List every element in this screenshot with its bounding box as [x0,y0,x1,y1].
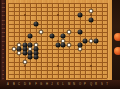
column-coordinate-label: A [7,83,10,85]
row-coordinate-label: 14 [2,23,5,25]
grid-line-horizontal [8,70,107,71]
row-coordinate-label: 8 [2,48,5,50]
row-coordinate-label: 18 [2,6,5,8]
column-coordinate-label: E [29,83,32,85]
column-coordinate-label: T [106,83,109,85]
row-coordinate-label: 15 [2,19,5,21]
black-stone [33,55,38,60]
hoshi-point [24,65,26,67]
black-stone [83,38,88,43]
white-stone [17,51,22,56]
white-stone [39,30,44,35]
grid-line-vertical [107,3,108,79]
go-board[interactable] [6,0,113,80]
row-coordinate-label: 1 [2,77,5,79]
row-coordinate-label: 2 [2,73,5,75]
hoshi-point [90,14,92,16]
row-coordinate-strip: 19181716151413121110987654321 [0,0,6,89]
column-coordinate-label: P [84,83,87,85]
grid-line-horizontal [8,28,107,29]
row-coordinate-label: 16 [2,14,5,16]
column-coordinate-label: M [67,83,70,85]
black-stone [61,42,66,47]
black-stone [77,30,82,35]
white-stone [66,42,71,47]
hoshi-point [24,40,26,42]
column-coordinate-label: F [34,83,37,85]
white-stone [66,30,71,35]
grid-line-horizontal [8,7,107,8]
white-stone [22,59,27,64]
row-coordinate-label: 13 [2,27,5,29]
black-stone [94,38,99,43]
go-app-window: 19181716151413121110987654321 ABCDEFGHJK… [0,0,120,89]
row-coordinate-label: 17 [2,10,5,12]
white-stone [88,9,93,14]
column-coordinate-label: Q [89,83,92,85]
hoshi-point [57,40,59,42]
black-stone [28,55,33,60]
row-coordinate-label: 11 [2,35,5,37]
column-coordinate-label: L [62,83,65,85]
grid-line-horizontal [8,3,107,4]
black-stone [33,21,38,26]
column-coordinate-label: N [73,83,76,85]
column-coordinate-label: B [12,83,15,85]
column-coordinate-label: H [45,83,48,85]
row-coordinate-label: 7 [2,52,5,54]
row-coordinate-label: 19 [2,2,5,4]
orange-stone-top-icon [114,33,120,41]
grid-line-horizontal [8,24,107,25]
row-coordinate-label: 9 [2,44,5,46]
black-stone [50,34,55,39]
hoshi-point [24,14,26,16]
row-coordinate-label: 10 [2,40,5,42]
grid-line-horizontal [8,32,107,33]
column-coordinate-label: J [51,83,54,85]
row-coordinate-label: 5 [2,61,5,63]
black-stone [77,13,82,18]
column-coordinate-strip: ABCDEFGHJKLMNOPQRST [0,80,120,89]
row-coordinate-label: 3 [2,69,5,71]
hoshi-point [90,65,92,67]
column-coordinate-label: G [40,83,43,85]
side-panel-fragment [112,0,120,89]
black-stone [22,51,27,56]
row-coordinate-label: 4 [2,65,5,67]
row-coordinate-label: 12 [2,31,5,33]
grid-line-horizontal [8,36,107,37]
black-stone [55,42,60,47]
hoshi-point [57,14,59,16]
black-stone [28,34,33,39]
column-coordinate-label: R [95,83,98,85]
column-coordinate-label: S [100,83,103,85]
hoshi-point [57,65,59,67]
column-coordinate-label: C [18,83,21,85]
orange-stone-bottom-icon [114,47,120,55]
column-coordinate-label: O [78,83,81,85]
white-stone [88,38,93,43]
grid-line-horizontal [8,74,107,75]
column-coordinate-label: K [56,83,59,85]
white-stone [77,46,82,51]
black-stone [88,17,93,22]
white-stone [11,46,16,51]
row-coordinate-label: 6 [2,56,5,58]
column-coordinate-label: D [23,83,26,85]
